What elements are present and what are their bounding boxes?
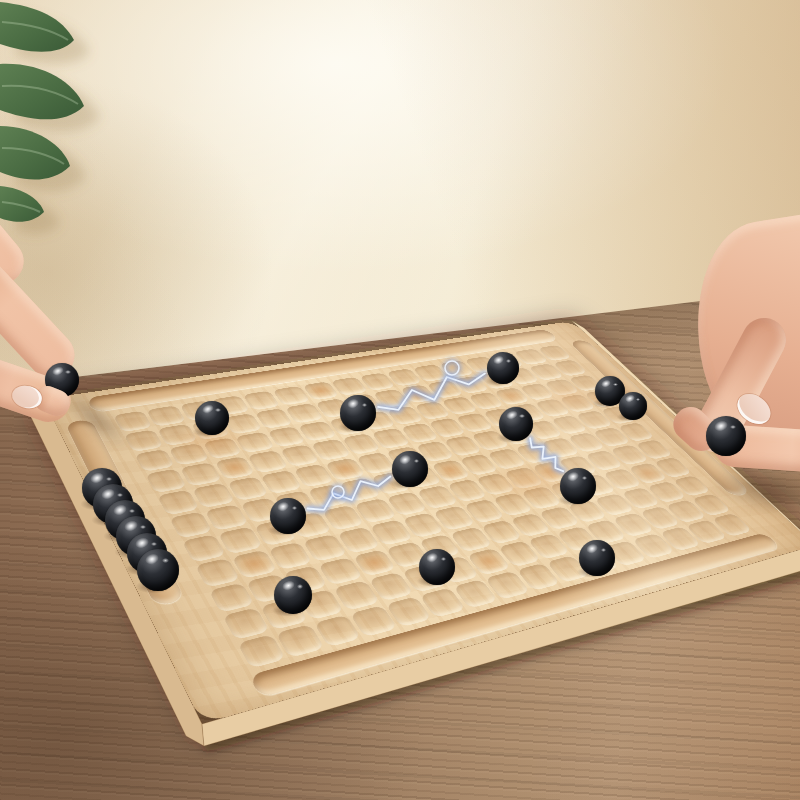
scene-magnetic-ball-game: ●●●●●●●●●●●●●●●●●●●● [0,0,800,800]
board-ball-6[interactable]: ● [392,451,428,487]
rail-ball-6[interactable]: ● [137,549,179,591]
board-ball-10[interactable]: ● [579,540,615,576]
board-ball-3[interactable]: ● [487,352,519,384]
board-ball-9[interactable]: ● [270,498,306,534]
dimple-cell[interactable] [169,443,210,466]
monstera-leaf-icon [0,0,250,260]
board-ball-12[interactable]: ● [274,576,312,614]
dimple-cell[interactable] [182,534,227,562]
dimple-cell[interactable] [134,449,175,473]
dimple-cell[interactable] [193,483,236,508]
board-ball-5[interactable]: ● [619,392,647,420]
dimple-cell[interactable] [205,504,248,530]
dimple-cell[interactable] [113,411,153,433]
dimple-cell[interactable] [147,405,186,426]
board-ball-11[interactable]: ● [419,549,455,585]
dimple-cell[interactable] [158,424,198,446]
dimple-cell[interactable] [157,490,200,516]
board-ball-1[interactable]: ● [195,401,229,435]
dimple-cell[interactable] [180,462,222,486]
dimple-cell[interactable] [169,511,213,538]
dimple-cell[interactable] [145,469,187,494]
held-ball-left-hand[interactable]: ● [45,363,79,397]
dimple-cell[interactable] [195,558,241,588]
held-ball-right-hand[interactable]: ● [706,416,746,456]
board-ball-7[interactable]: ● [499,407,533,441]
board-ball-8[interactable]: ● [560,468,596,504]
board-ball-2[interactable]: ● [340,395,376,431]
dimple-cell[interactable] [123,429,164,452]
